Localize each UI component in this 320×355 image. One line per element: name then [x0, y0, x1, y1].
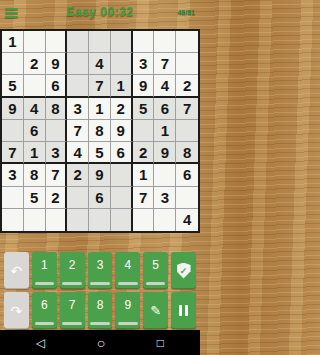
- cell-r5c5[interactable]: 8: [89, 120, 111, 142]
- cell-r3c1[interactable]: 5: [2, 75, 24, 97]
- cell-r4c1[interactable]: 9: [2, 98, 24, 120]
- cell-r4c4[interactable]: 3: [67, 98, 89, 120]
- cell-r9c4[interactable]: [67, 209, 89, 231]
- cell-r5c2[interactable]: 6: [24, 120, 46, 142]
- cell-r3c5[interactable]: 7: [89, 75, 111, 97]
- cell-r5c8[interactable]: 1: [154, 120, 176, 142]
- cell-r5c3[interactable]: [46, 120, 68, 142]
- cell-r3c6[interactable]: 1: [111, 75, 133, 97]
- cell-r8c2[interactable]: 5: [24, 187, 46, 209]
- cell-r6c3[interactable]: 3: [46, 142, 68, 164]
- cell-r1c4[interactable]: [67, 31, 89, 53]
- keypad: ↶12345✓↷6789✎: [4, 252, 196, 329]
- page-title: Easy 00:32: [0, 5, 200, 19]
- cell-r9c9[interactable]: 4: [176, 209, 198, 231]
- cell-r3c7[interactable]: 9: [133, 75, 155, 97]
- cell-r6c4[interactable]: 4: [67, 142, 89, 164]
- cell-r1c3[interactable]: [46, 31, 68, 53]
- cell-r5c6[interactable]: 9: [111, 120, 133, 142]
- android-nav-bar: ◁ ○ □: [0, 330, 200, 355]
- cell-r4c3[interactable]: 8: [46, 98, 68, 120]
- pause-icon: [179, 305, 188, 316]
- cell-r4c9[interactable]: 7: [176, 98, 198, 120]
- cell-r7c7[interactable]: 1: [133, 164, 155, 186]
- pencil-icon: ✎: [150, 304, 161, 317]
- cell-r2c8[interactable]: 7: [154, 53, 176, 75]
- cell-r1c5[interactable]: [89, 31, 111, 53]
- home-icon[interactable]: ○: [97, 336, 105, 350]
- cell-r6c5[interactable]: 5: [89, 142, 111, 164]
- cell-r1c8[interactable]: [154, 31, 176, 53]
- pause-button[interactable]: [171, 292, 196, 329]
- key-6[interactable]: 6: [32, 292, 57, 329]
- cell-r1c1[interactable]: 1: [2, 31, 24, 53]
- cell-r8c3[interactable]: 2: [46, 187, 68, 209]
- cell-r7c1[interactable]: 3: [2, 164, 24, 186]
- shield-check-icon: ✓: [177, 263, 191, 279]
- key-1[interactable]: 1: [32, 252, 57, 289]
- cell-r2c7[interactable]: 3: [133, 53, 155, 75]
- cell-r3c8[interactable]: 4: [154, 75, 176, 97]
- cell-r8c1[interactable]: [2, 187, 24, 209]
- key-9[interactable]: 9: [115, 292, 140, 329]
- cell-r3c4[interactable]: [67, 75, 89, 97]
- cell-r6c9[interactable]: 8: [176, 142, 198, 164]
- cell-r7c4[interactable]: 2: [67, 164, 89, 186]
- key-3[interactable]: 3: [88, 252, 113, 289]
- cell-r6c1[interactable]: 7: [2, 142, 24, 164]
- cell-r6c6[interactable]: 6: [111, 142, 133, 164]
- cell-r8c5[interactable]: 6: [89, 187, 111, 209]
- cell-r7c5[interactable]: 9: [89, 164, 111, 186]
- cell-r2c5[interactable]: 4: [89, 53, 111, 75]
- cell-r4c7[interactable]: 5: [133, 98, 155, 120]
- cell-r9c8[interactable]: [154, 209, 176, 231]
- cell-r5c4[interactable]: 7: [67, 120, 89, 142]
- cell-r8c8[interactable]: 3: [154, 187, 176, 209]
- cell-r7c9[interactable]: 6: [176, 164, 198, 186]
- cell-r8c9[interactable]: [176, 187, 198, 209]
- undo-button[interactable]: ↶: [4, 252, 29, 289]
- key-7[interactable]: 7: [60, 292, 85, 329]
- recents-icon[interactable]: □: [157, 337, 164, 349]
- cell-r2c1[interactable]: [2, 53, 24, 75]
- cell-r6c8[interactable]: 9: [154, 142, 176, 164]
- cell-r7c6[interactable]: [111, 164, 133, 186]
- cell-r9c7[interactable]: [133, 209, 155, 231]
- cell-r3c9[interactable]: 2: [176, 75, 198, 97]
- cell-r4c6[interactable]: 2: [111, 98, 133, 120]
- cell-r8c7[interactable]: 7: [133, 187, 155, 209]
- redo-button[interactable]: ↷: [4, 292, 29, 329]
- cell-r8c4[interactable]: [67, 187, 89, 209]
- cell-r9c3[interactable]: [46, 209, 68, 231]
- cell-r7c8[interactable]: [154, 164, 176, 186]
- cell-r5c1[interactable]: [2, 120, 24, 142]
- undo-icon: ↶: [11, 264, 23, 278]
- key-5[interactable]: 5: [143, 252, 168, 289]
- cell-r8c6[interactable]: [111, 187, 133, 209]
- redo-icon: ↷: [11, 304, 23, 318]
- cell-r1c6[interactable]: [111, 31, 133, 53]
- cell-r2c4[interactable]: [67, 53, 89, 75]
- cell-r6c7[interactable]: 2: [133, 142, 155, 164]
- header: Easy 00:32 48/81: [0, 0, 200, 29]
- cell-r2c2[interactable]: 2: [24, 53, 46, 75]
- cell-r9c6[interactable]: [111, 209, 133, 231]
- cell-r7c3[interactable]: 7: [46, 164, 68, 186]
- cell-r9c2[interactable]: [24, 209, 46, 231]
- cell-r1c7[interactable]: [133, 31, 155, 53]
- key-4[interactable]: 4: [115, 252, 140, 289]
- cell-r4c2[interactable]: 4: [24, 98, 46, 120]
- pencil-button[interactable]: ✎: [143, 292, 168, 329]
- cell-r1c2[interactable]: [24, 31, 46, 53]
- cell-r7c2[interactable]: 8: [24, 164, 46, 186]
- cell-r1c9[interactable]: [176, 31, 198, 53]
- cell-r5c9[interactable]: [176, 120, 198, 142]
- cell-r2c3[interactable]: 9: [46, 53, 68, 75]
- cell-r9c5[interactable]: [89, 209, 111, 231]
- cell-r3c3[interactable]: 6: [46, 75, 68, 97]
- sudoku-board: 1294375671942948312567678917134562983872…: [0, 29, 200, 233]
- cell-r4c8[interactable]: 6: [154, 98, 176, 120]
- cell-r9c1[interactable]: [2, 209, 24, 231]
- cell-r4c5[interactable]: 1: [89, 98, 111, 120]
- check-button[interactable]: ✓: [171, 252, 196, 289]
- cell-r2c6[interactable]: [111, 53, 133, 75]
- cell-r2c9[interactable]: [176, 53, 198, 75]
- cell-r3c2[interactable]: [24, 75, 46, 97]
- key-8[interactable]: 8: [88, 292, 113, 329]
- progress-counter: 48/81: [177, 9, 195, 16]
- back-icon[interactable]: ◁: [36, 337, 45, 349]
- key-2[interactable]: 2: [60, 252, 85, 289]
- cell-r5c7[interactable]: [133, 120, 155, 142]
- cell-r6c2[interactable]: 1: [24, 142, 46, 164]
